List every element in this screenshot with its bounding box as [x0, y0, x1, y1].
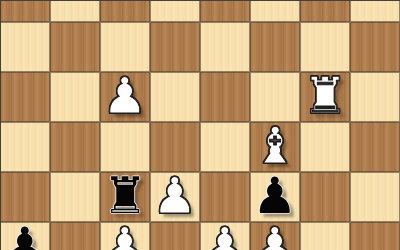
- chess-board: ♟♜♝♜♟♟♟♟♟♟: [0, 0, 400, 250]
- white-pawn[interactable]: ♟: [103, 221, 148, 250]
- square-b5[interactable]: [50, 72, 100, 122]
- square-d2[interactable]: [150, 222, 200, 250]
- square-h3[interactable]: [350, 172, 400, 222]
- square-f5[interactable]: [250, 72, 300, 122]
- square-h6[interactable]: [350, 22, 400, 72]
- square-h4[interactable]: [350, 122, 400, 172]
- white-rook[interactable]: ♜: [303, 71, 348, 121]
- square-h5[interactable]: [350, 72, 400, 122]
- square-e4[interactable]: [200, 122, 250, 172]
- square-a5[interactable]: [0, 72, 50, 122]
- square-g2[interactable]: [300, 222, 350, 250]
- white-pawn[interactable]: ♟: [153, 171, 198, 221]
- square-e7[interactable]: [200, 0, 250, 22]
- square-f7[interactable]: [250, 0, 300, 22]
- square-e3[interactable]: [200, 172, 250, 222]
- square-b2[interactable]: [50, 222, 100, 250]
- square-a4[interactable]: [0, 122, 50, 172]
- white-bishop[interactable]: ♝: [253, 121, 298, 171]
- board-viewport: ♟♜♝♜♟♟♟♟♟♟: [0, 0, 400, 250]
- square-c3[interactable]: ♜: [100, 172, 150, 222]
- white-pawn[interactable]: ♟: [203, 221, 248, 250]
- square-f6[interactable]: [250, 22, 300, 72]
- square-h7[interactable]: [350, 0, 400, 22]
- square-a7[interactable]: [0, 0, 50, 22]
- square-b3[interactable]: [50, 172, 100, 222]
- square-b7[interactable]: [50, 0, 100, 22]
- square-d5[interactable]: [150, 72, 200, 122]
- square-e6[interactable]: [200, 22, 250, 72]
- square-a2[interactable]: ♟: [0, 222, 50, 250]
- white-pawn[interactable]: ♟: [103, 71, 148, 121]
- square-d7[interactable]: [150, 0, 200, 22]
- square-e2[interactable]: ♟: [200, 222, 250, 250]
- square-c6[interactable]: [100, 22, 150, 72]
- black-pawn[interactable]: ♟: [253, 171, 298, 221]
- square-g7[interactable]: [300, 0, 350, 22]
- black-rook[interactable]: ♜: [103, 171, 148, 221]
- square-b4[interactable]: [50, 122, 100, 172]
- square-e5[interactable]: [200, 72, 250, 122]
- square-f2[interactable]: ♟: [250, 222, 300, 250]
- square-a3[interactable]: [0, 172, 50, 222]
- square-g4[interactable]: [300, 122, 350, 172]
- square-a6[interactable]: [0, 22, 50, 72]
- square-b6[interactable]: [50, 22, 100, 72]
- square-c5[interactable]: ♟: [100, 72, 150, 122]
- square-d3[interactable]: ♟: [150, 172, 200, 222]
- square-d6[interactable]: [150, 22, 200, 72]
- square-g6[interactable]: [300, 22, 350, 72]
- square-d4[interactable]: [150, 122, 200, 172]
- white-pawn[interactable]: ♟: [253, 221, 298, 250]
- square-f3[interactable]: ♟: [250, 172, 300, 222]
- square-h2[interactable]: [350, 222, 400, 250]
- square-c7[interactable]: [100, 0, 150, 22]
- square-c4[interactable]: [100, 122, 150, 172]
- square-c2[interactable]: ♟: [100, 222, 150, 250]
- black-pawn[interactable]: ♟: [3, 221, 48, 250]
- square-g5[interactable]: ♜: [300, 72, 350, 122]
- crop-edge-line-left: [0, 0, 1, 250]
- square-g3[interactable]: [300, 172, 350, 222]
- crop-edge-line-top: [0, 0, 400, 1]
- square-f4[interactable]: ♝: [250, 122, 300, 172]
